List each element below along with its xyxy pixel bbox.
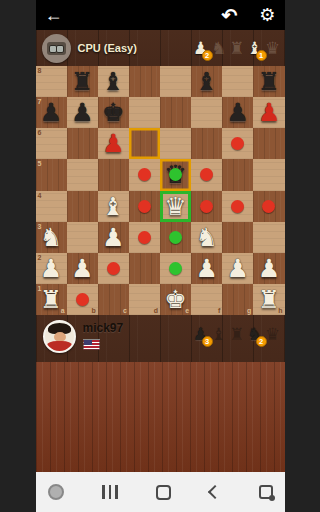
- robot-head-icon: [47, 42, 66, 55]
- android-nav-bar: [36, 472, 285, 512]
- rank-label-7: 7: [38, 98, 42, 105]
- square-e1[interactable]: e♚: [160, 284, 191, 315]
- ghost-rook-icon: ♜: [229, 326, 244, 343]
- square-f6[interactable]: [191, 128, 222, 159]
- red-move-dot-d3[interactable]: [138, 231, 151, 244]
- square-d5[interactable]: [129, 159, 160, 190]
- square-e6[interactable]: [160, 128, 191, 159]
- square-h5[interactable]: [253, 159, 284, 190]
- rank-label-3: 3: [38, 223, 42, 230]
- green-move-dot-e3[interactable]: [169, 231, 182, 244]
- square-f5[interactable]: [191, 159, 222, 190]
- rank-label-1: 1: [38, 285, 42, 292]
- square-b3[interactable]: [67, 222, 98, 253]
- captured-slot-n: ♞2: [246, 322, 264, 346]
- square-c2[interactable]: [98, 253, 129, 284]
- white-queen-e4[interactable]: ♛: [160, 191, 191, 222]
- home-icon[interactable]: [156, 485, 171, 500]
- undo-icon[interactable]: ↶: [221, 4, 237, 27]
- square-d4[interactable]: [129, 191, 160, 222]
- square-a7[interactable]: 7♟: [36, 97, 67, 128]
- green-move-dot-e2[interactable]: [169, 262, 182, 275]
- square-a6[interactable]: 6: [36, 128, 67, 159]
- red-move-dot-g4[interactable]: [231, 200, 244, 213]
- square-f1[interactable]: f: [191, 284, 222, 315]
- assistant-circle-icon[interactable]: [48, 484, 64, 500]
- square-h1[interactable]: h♜: [253, 284, 284, 315]
- back-arrow-icon[interactable]: ←: [45, 5, 63, 26]
- file-label-c: c: [123, 307, 127, 314]
- white-pawn-f2[interactable]: ♟: [191, 253, 222, 284]
- white-pawn-h2[interactable]: ♟: [253, 253, 284, 284]
- square-c6[interactable]: ♟: [98, 128, 129, 159]
- captured-slot-q: ♛: [264, 322, 282, 346]
- ghost-queen-icon: ♛: [265, 326, 280, 343]
- square-b2[interactable]: ♟: [67, 253, 98, 284]
- pirate-body-icon: [47, 341, 72, 351]
- recents-icon[interactable]: [102, 485, 118, 499]
- captured-slot-n: ♞: [210, 36, 228, 60]
- square-f2[interactable]: ♟: [191, 253, 222, 284]
- black-pawn-g7[interactable]: ♟: [222, 97, 253, 128]
- captured-slot-b: ♝: [210, 322, 228, 346]
- red-move-dot-f5[interactable]: [200, 168, 213, 181]
- opponent-name: CPU (Easy): [78, 42, 137, 54]
- file-label-g: g: [247, 307, 251, 314]
- square-g8[interactable]: [222, 66, 253, 97]
- ghost-queen-icon: ♛: [265, 40, 280, 57]
- black-bishop-f8[interactable]: ♝: [191, 66, 222, 97]
- opponent-captured-tray: ♟2♞♜♝1♛: [192, 36, 282, 60]
- square-a4[interactable]: 4: [36, 191, 67, 222]
- captured-slot-r: ♜: [228, 322, 246, 346]
- captured-slot-p: ♟2: [192, 36, 210, 60]
- file-label-f: f: [218, 307, 220, 314]
- captured-slot-q: ♛: [264, 36, 282, 60]
- square-d7[interactable]: [129, 97, 160, 128]
- square-d6[interactable]: [129, 128, 160, 159]
- square-e3[interactable]: [160, 222, 191, 253]
- screenshot-edit-icon[interactable]: [259, 485, 273, 499]
- square-b8[interactable]: ♜: [67, 66, 98, 97]
- square-b7[interactable]: ♟: [67, 97, 98, 128]
- square-e2[interactable]: [160, 253, 191, 284]
- square-a3[interactable]: 3♞: [36, 222, 67, 253]
- square-g5[interactable]: [222, 159, 253, 190]
- black-king-c7[interactable]: ♚: [98, 97, 129, 128]
- red-move-dot-d4[interactable]: [138, 200, 151, 213]
- square-b1[interactable]: b: [67, 284, 98, 315]
- file-label-e: e: [185, 307, 189, 314]
- square-h8[interactable]: ♜: [253, 66, 284, 97]
- square-d1[interactable]: d: [129, 284, 160, 315]
- player-captured-tray: ♟3♝♜♞2♛: [192, 322, 282, 346]
- ghost-bishop-icon: ♝: [211, 326, 226, 343]
- red-pawn-h7[interactable]: ♟: [253, 97, 284, 128]
- cpu-robot-avatar: [42, 34, 71, 63]
- square-h6[interactable]: [253, 128, 284, 159]
- file-label-d: d: [154, 307, 158, 314]
- captured-slot-b: ♝1: [246, 36, 264, 60]
- red-move-dot-d5[interactable]: [138, 168, 151, 181]
- ghost-knight-icon: ♞: [211, 40, 226, 57]
- rank-label-6: 6: [38, 129, 42, 136]
- square-e4[interactable]: ♛: [160, 191, 191, 222]
- white-pawn-c3[interactable]: ♟: [98, 222, 129, 253]
- black-rook-h8[interactable]: ♜: [253, 66, 284, 97]
- white-bishop-c4[interactable]: ♝: [98, 191, 129, 222]
- square-g3[interactable]: [222, 222, 253, 253]
- square-g4[interactable]: [222, 191, 253, 222]
- square-f3[interactable]: ♞: [191, 222, 222, 253]
- square-b6[interactable]: [67, 128, 98, 159]
- file-label-a: a: [61, 307, 65, 314]
- square-b4[interactable]: [67, 191, 98, 222]
- square-c5[interactable]: [98, 159, 129, 190]
- app-bar: ← ↶ ⚙: [36, 0, 285, 30]
- square-h2[interactable]: ♟: [253, 253, 284, 284]
- square-c7[interactable]: ♚: [98, 97, 129, 128]
- square-a8[interactable]: 8: [36, 66, 67, 97]
- player-name: mick97: [83, 321, 124, 335]
- us-flag-icon: [83, 339, 100, 350]
- captured-slot-r: ♜: [228, 36, 246, 60]
- red-move-dot-h4[interactable]: [262, 200, 275, 213]
- black-bishop-c8[interactable]: ♝: [98, 66, 129, 97]
- red-move-dot-b1[interactable]: [76, 293, 89, 306]
- square-h3[interactable]: [253, 222, 284, 253]
- red-move-dot-f4[interactable]: [200, 200, 213, 213]
- square-d2[interactable]: [129, 253, 160, 284]
- square-d8[interactable]: [129, 66, 160, 97]
- white-pawn-b2[interactable]: ♟: [67, 253, 98, 284]
- square-h4[interactable]: [253, 191, 284, 222]
- player-avatar: [43, 320, 76, 353]
- red-pawn-c6[interactable]: ♟: [98, 128, 129, 159]
- captured-slot-p: ♟3: [192, 322, 210, 346]
- square-c8[interactable]: ♝: [98, 66, 129, 97]
- black-rook-b8[interactable]: ♜: [67, 66, 98, 97]
- white-pawn-g2[interactable]: ♟: [222, 253, 253, 284]
- square-g6[interactable]: [222, 128, 253, 159]
- rank-label-8: 8: [38, 67, 42, 74]
- black-pawn-b7[interactable]: ♟: [67, 97, 98, 128]
- square-f7[interactable]: [191, 97, 222, 128]
- square-c3[interactable]: ♟: [98, 222, 129, 253]
- square-g2[interactable]: ♟: [222, 253, 253, 284]
- square-f4[interactable]: [191, 191, 222, 222]
- square-e7[interactable]: [160, 97, 191, 128]
- red-move-dot-g6[interactable]: [231, 137, 244, 150]
- app-screen: ← ↶ ⚙ CPU (Easy) ♟2♞♜♝1♛ 8♜♝♝♜7♟♟♚♟♟6♟5♛…: [36, 0, 285, 512]
- square-e5[interactable]: ♛: [160, 159, 191, 190]
- rank-label-5: 5: [38, 160, 42, 167]
- square-a1[interactable]: 1a♜: [36, 284, 67, 315]
- wood-background: [36, 362, 285, 472]
- ghost-rook-icon: ♜: [229, 40, 244, 57]
- rank-label-4: 4: [38, 192, 42, 199]
- square-f8[interactable]: ♝: [191, 66, 222, 97]
- file-label-h: h: [278, 307, 282, 314]
- square-c1[interactable]: c: [98, 284, 129, 315]
- chess-board: 8♜♝♝♜7♟♟♚♟♟6♟5♛4♝♛3♞♟♞2♟♟♟♟♟1a♜bcde♚fgh♜: [36, 66, 285, 315]
- square-c4[interactable]: ♝: [98, 191, 129, 222]
- nav-back-icon[interactable]: [208, 485, 222, 499]
- square-d3[interactable]: [129, 222, 160, 253]
- rank-label-2: 2: [38, 254, 42, 261]
- file-label-b: b: [91, 307, 95, 314]
- square-b5[interactable]: [67, 159, 98, 190]
- square-g7[interactable]: ♟: [222, 97, 253, 128]
- settings-gear-icon[interactable]: ⚙: [259, 4, 275, 26]
- white-knight-f3[interactable]: ♞: [191, 222, 222, 253]
- square-h7[interactable]: ♟: [253, 97, 284, 128]
- square-a5[interactable]: 5: [36, 159, 67, 190]
- square-g1[interactable]: g: [222, 284, 253, 315]
- square-a2[interactable]: 2♟: [36, 253, 67, 284]
- red-move-dot-c2[interactable]: [107, 262, 120, 275]
- square-e8[interactable]: [160, 66, 191, 97]
